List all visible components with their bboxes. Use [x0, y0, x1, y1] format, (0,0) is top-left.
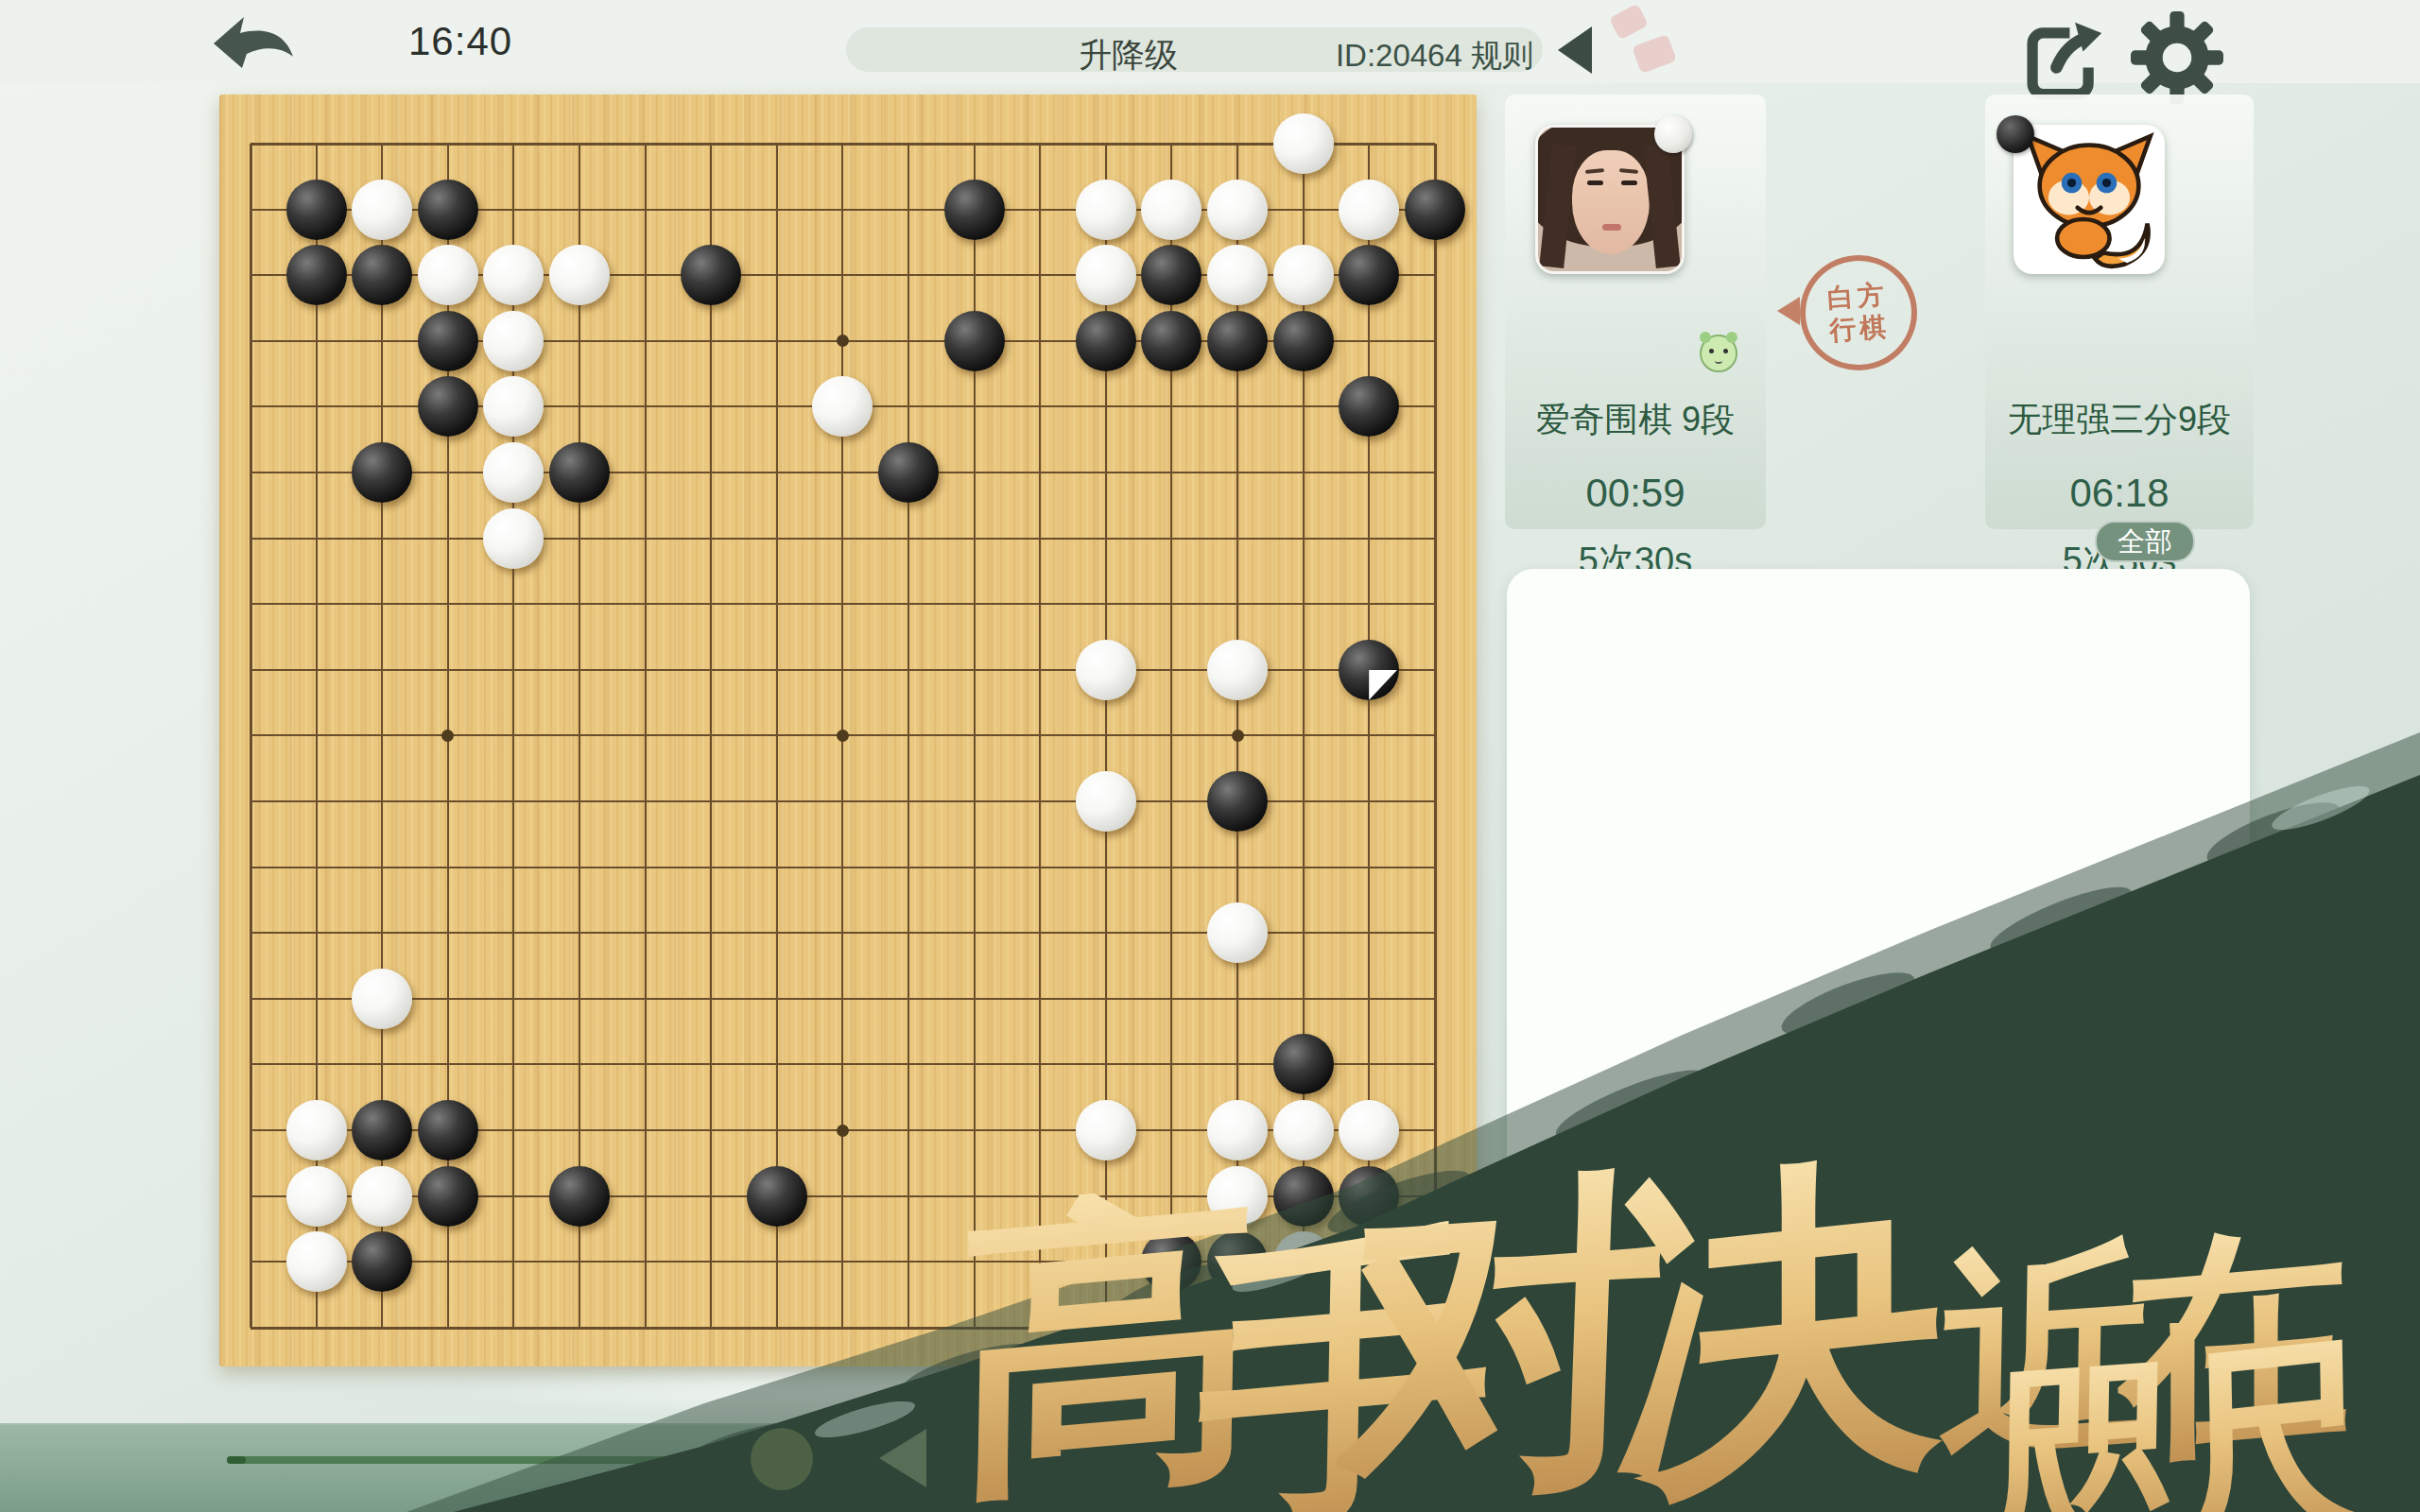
- star-point: [837, 335, 849, 347]
- stone-white: [1076, 771, 1136, 832]
- settings-button[interactable]: [2131, 11, 2223, 91]
- stone-black: [352, 442, 412, 503]
- promo-char: 咫: [1979, 1351, 2183, 1512]
- stone-white: [1207, 640, 1268, 700]
- go-game-screen: { "top_bar": { "time": "16:40", "mode": …: [0, 0, 2420, 1512]
- stone-black: [1339, 376, 1399, 437]
- stone-white: [352, 180, 412, 240]
- stone-black: [1405, 180, 1465, 240]
- stone-white: [812, 376, 873, 437]
- stone-black: [681, 245, 741, 305]
- stone-white: [286, 1100, 347, 1160]
- back-arrow-icon: [210, 6, 297, 74]
- stone-black: [1141, 245, 1201, 305]
- stone-black: [944, 180, 1005, 240]
- game-id-and-rules: ID:20464 规则: [1336, 35, 1533, 77]
- collapse-bar-button[interactable]: [1558, 26, 1592, 74]
- player-name: 无理强三分9段: [1985, 397, 2254, 443]
- stone-black: [418, 1100, 478, 1160]
- stone-black: [418, 311, 478, 371]
- stone-black: [286, 245, 347, 305]
- stone-black: [418, 1166, 478, 1227]
- go-board[interactable]: [219, 94, 1477, 1366]
- stone-white: [286, 1166, 347, 1227]
- stone-black: [418, 376, 478, 437]
- stone-black: [1339, 245, 1399, 305]
- stone-white: [483, 311, 544, 371]
- stone-black: [549, 1166, 610, 1227]
- game-info-bar: 升降级 ID:20464 规则: [846, 27, 1543, 72]
- share-button[interactable]: [2019, 17, 2104, 87]
- all-filter-button[interactable]: 全部: [2095, 521, 2195, 562]
- stone-black: [1207, 771, 1268, 832]
- stone-white: [483, 376, 544, 437]
- stone-white: [1207, 245, 1268, 305]
- stone-black: [352, 1231, 412, 1292]
- promo-char: 尺: [2164, 1324, 2386, 1512]
- stone-black: [418, 180, 478, 240]
- back-button[interactable]: [210, 6, 297, 74]
- seal-text-line1: 白方: [1826, 279, 1889, 315]
- stone-white: [1273, 113, 1334, 174]
- stone-white: [1273, 245, 1334, 305]
- stone-white: [352, 969, 412, 1029]
- stone-white: [1076, 1100, 1136, 1160]
- star-point: [441, 730, 454, 742]
- share-icon: [2019, 17, 2104, 102]
- stone-black: [286, 180, 347, 240]
- stone-black: [747, 1166, 807, 1227]
- stone-black: [352, 1100, 412, 1160]
- player-main-time: 06:18: [1985, 471, 2254, 516]
- white-stone-badge: [1654, 115, 1692, 153]
- stone-white: [1076, 640, 1136, 700]
- stone-white: [483, 245, 544, 305]
- stone-white: [549, 245, 610, 305]
- avatar-face: [1572, 150, 1650, 254]
- fox-mascot-icon: [2016, 128, 2162, 273]
- stone-black: [549, 442, 610, 503]
- stone-white: [1076, 245, 1136, 305]
- previous-move-button[interactable]: [879, 1429, 926, 1487]
- seal-pointer-icon: [1777, 297, 1800, 325]
- watermark: [1632, 34, 1677, 74]
- rules-link[interactable]: 规则: [1471, 38, 1533, 73]
- stone-white: [1339, 180, 1399, 240]
- pet-emoji-icon: [1700, 335, 1737, 372]
- stone-white: [418, 245, 478, 305]
- game-id-label: ID:20464: [1336, 38, 1462, 73]
- seal-text-line2: 行棋: [1828, 311, 1891, 347]
- stone-black: [1273, 1034, 1334, 1094]
- stone-white: [1207, 180, 1268, 240]
- stone-black: [878, 442, 939, 503]
- replay-slider-knob[interactable]: [751, 1428, 813, 1490]
- stone-white: [483, 508, 544, 569]
- stone-white: [286, 1231, 347, 1292]
- stone-black: [1273, 311, 1334, 371]
- stone-black: [1141, 311, 1201, 371]
- stone-white: [1273, 1100, 1334, 1160]
- stone-white: [483, 442, 544, 503]
- clock-label: 16:40: [408, 19, 512, 64]
- stone-black: [944, 311, 1005, 371]
- stone-white: [1141, 180, 1201, 240]
- stone-black: [352, 245, 412, 305]
- watermark: [1609, 4, 1649, 41]
- star-point: [837, 1125, 849, 1137]
- player-name: 爱奇围棋 9段: [1505, 397, 1766, 443]
- stone-white: [1207, 902, 1268, 963]
- stone-white: [1076, 180, 1136, 240]
- star-point: [837, 730, 849, 742]
- star-point: [1232, 730, 1244, 742]
- turn-indicator-seal: 白方 行棋: [1777, 253, 1919, 370]
- gear-icon: [2131, 11, 2223, 104]
- promo-char: 决: [1614, 1143, 1945, 1512]
- stone-black: [1207, 311, 1268, 371]
- top-bar: 16:40 升降级 ID:20464 规则: [0, 0, 2420, 83]
- mode-label: 升降级: [846, 33, 1410, 77]
- stone-white: [352, 1166, 412, 1227]
- avatar-black-player: [2014, 125, 2165, 274]
- black-stone-badge: [1996, 115, 2034, 153]
- player-main-time: 00:59: [1505, 471, 1766, 516]
- stone-black: [1076, 311, 1136, 371]
